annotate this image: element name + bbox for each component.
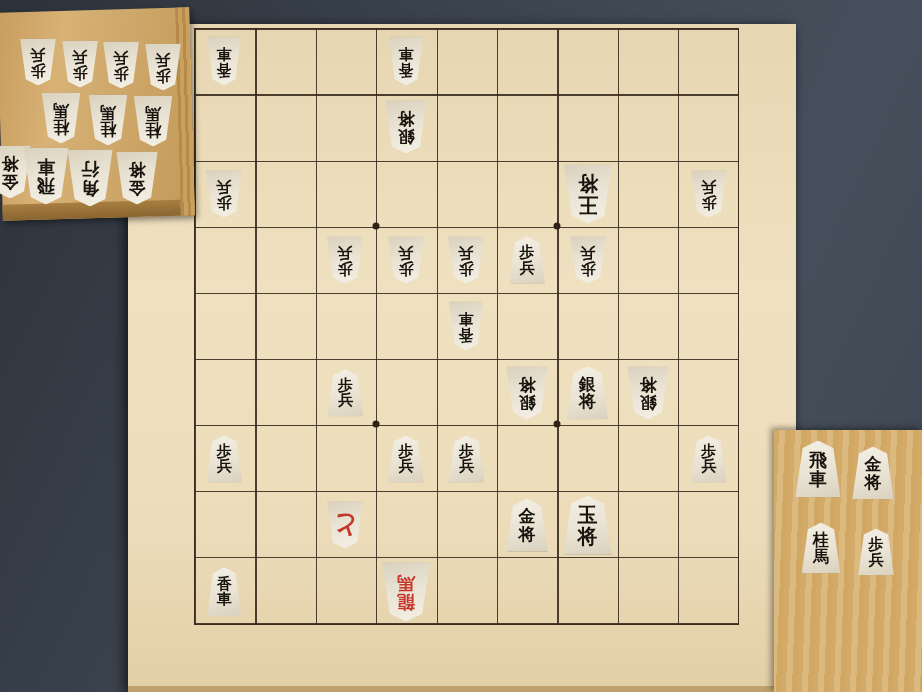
- hoshi-dot: [372, 421, 379, 428]
- piece-kanji: 歩兵: [869, 537, 884, 568]
- piece-kanji: 香車: [459, 311, 474, 342]
- hoshi-dot: [372, 223, 379, 230]
- piece-kanji: 王将: [578, 173, 598, 214]
- piece-kanji: 銀将: [397, 110, 414, 145]
- piece-kanji: 玉将: [578, 505, 598, 546]
- piece-kanji: 歩兵: [114, 50, 129, 81]
- piece-kanji: 桂馬: [100, 104, 116, 137]
- piece-kanji: 歩兵: [73, 49, 88, 80]
- piece-kanji: 金将: [129, 161, 146, 196]
- piece-kanji: 歩兵: [338, 377, 353, 408]
- piece-kanji: 歩兵: [459, 245, 474, 276]
- piece-kanji: 角行: [81, 159, 99, 196]
- hoshi-dot: [553, 421, 560, 428]
- piece-kanji: 歩兵: [520, 245, 535, 276]
- piece-kanji: 香車: [217, 576, 232, 607]
- piece-kanji: 歩兵: [217, 444, 232, 475]
- piece-kanji: 金将: [865, 456, 882, 491]
- hoshi-dot: [553, 223, 560, 230]
- piece-kanji: 歩兵: [459, 444, 474, 475]
- piece-kanji: 香車: [398, 46, 413, 77]
- piece-kanji: 香車: [217, 46, 232, 77]
- piece-kanji: 歩兵: [156, 52, 171, 83]
- piece-kanji: 桂馬: [813, 532, 829, 565]
- piece-kanji: 金将: [519, 508, 536, 543]
- piece-kanji: 銀将: [519, 375, 536, 410]
- piece-kanji: 歩兵: [701, 444, 716, 475]
- piece-kanji: 桂馬: [145, 105, 161, 138]
- piece-kanji: 飛車: [809, 450, 827, 487]
- piece-kanji: 金将: [2, 155, 19, 190]
- piece-kanji: 歩兵: [338, 245, 353, 276]
- piece-kanji: 歩兵: [398, 444, 413, 475]
- piece-kanji: 歩兵: [701, 178, 716, 209]
- piece-kanji: 歩兵: [580, 245, 595, 276]
- piece-kanji: 銀将: [640, 375, 657, 410]
- piece-kanji: 歩兵: [31, 47, 46, 78]
- piece-kanji: 飛車: [37, 157, 55, 194]
- piece-kanji: 銀将: [579, 375, 596, 410]
- sente-komadai[interactable]: [774, 430, 922, 692]
- piece-kanji: 歩兵: [217, 178, 232, 209]
- piece-kanji: と: [332, 512, 359, 539]
- shogi-scene: 香車香車銀将歩兵王将歩兵歩兵歩兵歩兵歩兵歩兵香車歩兵銀将銀将銀将歩兵歩兵歩兵歩兵…: [0, 0, 922, 692]
- piece-kanji: 桂馬: [53, 102, 69, 135]
- piece-kanji: 歩兵: [398, 245, 413, 276]
- piece-kanji: 龍馬: [397, 573, 415, 610]
